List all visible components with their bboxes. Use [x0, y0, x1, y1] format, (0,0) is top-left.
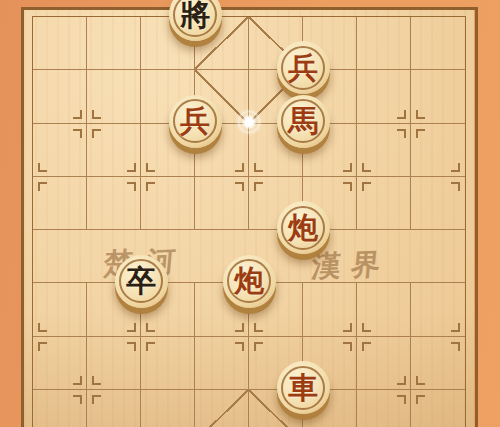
point-marker: [19, 163, 47, 191]
point-marker: [19, 323, 47, 351]
piece-black-soldier[interactable]: 卒: [115, 255, 168, 308]
piece-red-cannon[interactable]: 炮: [223, 255, 276, 308]
piece-glyph: 兵: [180, 106, 210, 136]
point-marker: [235, 163, 263, 191]
piece-glyph: 馬: [288, 106, 318, 136]
piece-glyph: 炮: [234, 266, 264, 296]
point-marker: [235, 323, 263, 351]
pieces-layer: 將兵兵馬炮炮卒車: [0, 0, 500, 427]
point-marker: [451, 163, 479, 191]
piece-red-chariot[interactable]: 車: [277, 361, 330, 414]
move-highlight-dot[interactable]: [233, 106, 265, 138]
xiangqi-app: 楚河 漢界 將兵兵馬炮炮卒車: [0, 0, 500, 427]
piece-black-general[interactable]: 將: [169, 0, 222, 41]
point-marker: [127, 163, 155, 191]
piece-glyph: 將: [180, 0, 210, 30]
piece-glyph: 車: [288, 373, 318, 403]
point-marker: [127, 323, 155, 351]
point-marker: [451, 323, 479, 351]
point-marker: [343, 163, 371, 191]
point-marker: [397, 110, 425, 138]
piece-glyph: 炮: [288, 213, 318, 243]
piece-glyph: 卒: [126, 266, 156, 296]
piece-red-cannon[interactable]: 炮: [277, 201, 330, 254]
piece-glyph: 兵: [288, 53, 318, 83]
piece-red-horse[interactable]: 馬: [277, 95, 330, 148]
point-marker: [73, 376, 101, 404]
piece-red-soldier[interactable]: 兵: [277, 41, 330, 94]
piece-red-soldier[interactable]: 兵: [169, 95, 222, 148]
point-marker: [73, 110, 101, 138]
point-marker: [397, 376, 425, 404]
point-marker: [343, 323, 371, 351]
